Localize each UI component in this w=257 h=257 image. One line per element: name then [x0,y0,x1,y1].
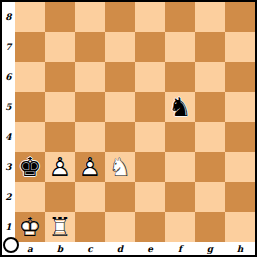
square-h2[interactable] [225,182,255,212]
square-f2[interactable] [165,182,195,212]
chess-board[interactable]: ♞♚♟♙♟♙♞♘♚♔♜♖ [15,2,255,242]
square-h3[interactable] [225,152,255,182]
rank-label-5: 5 [2,92,15,122]
square-d8[interactable] [105,2,135,32]
square-f5[interactable]: ♞ [165,92,195,122]
rank-label-3: 3 [2,152,15,182]
piece-fill-white-pawn: ♟ [75,152,105,182]
file-label-e: e [135,242,165,255]
rank-label-6: 6 [2,62,15,92]
square-f3[interactable] [165,152,195,182]
square-f8[interactable] [165,2,195,32]
square-g3[interactable] [195,152,225,182]
square-a4[interactable] [15,122,45,152]
square-e2[interactable] [135,182,165,212]
piece-white-knight[interactable]: ♘ [105,152,135,182]
piece-white-rook[interactable]: ♖ [45,212,75,242]
square-a6[interactable] [15,62,45,92]
square-g7[interactable] [195,32,225,62]
square-b3[interactable]: ♟♙ [45,152,75,182]
square-b5[interactable] [45,92,75,122]
piece-white-pawn[interactable]: ♙ [75,152,105,182]
square-d4[interactable] [105,122,135,152]
square-b4[interactable] [45,122,75,152]
square-c6[interactable] [75,62,105,92]
square-e7[interactable] [135,32,165,62]
piece-fill-white-knight: ♞ [105,152,135,182]
rank-label-2: 2 [2,182,15,212]
rank-label-7: 7 [2,32,15,62]
square-c3[interactable]: ♟♙ [75,152,105,182]
square-d3[interactable]: ♞♘ [105,152,135,182]
square-g2[interactable] [195,182,225,212]
square-f4[interactable] [165,122,195,152]
piece-white-king[interactable]: ♔ [15,212,45,242]
square-g4[interactable] [195,122,225,152]
square-e4[interactable] [135,122,165,152]
square-e1[interactable] [135,212,165,242]
square-d5[interactable] [105,92,135,122]
piece-fill-white-rook: ♜ [45,212,75,242]
square-a8[interactable] [15,2,45,32]
square-b6[interactable] [45,62,75,92]
square-e3[interactable] [135,152,165,182]
square-e8[interactable] [135,2,165,32]
piece-fill-white-pawn: ♟ [45,152,75,182]
chess-diagram: 87654321 ♞♚♟♙♟♙♞♘♚♔♜♖ abcdefgh [0,0,257,257]
file-label-d: d [105,242,135,255]
square-g6[interactable] [195,62,225,92]
file-label-g: g [195,242,225,255]
square-a1[interactable]: ♚♔ [15,212,45,242]
square-b2[interactable] [45,182,75,212]
piece-black-knight[interactable]: ♞ [165,92,195,122]
rank-label-8: 8 [2,2,15,32]
square-c5[interactable] [75,92,105,122]
square-e5[interactable] [135,92,165,122]
square-a7[interactable] [15,32,45,62]
square-c4[interactable] [75,122,105,152]
square-b1[interactable]: ♜♖ [45,212,75,242]
square-f6[interactable] [165,62,195,92]
square-c7[interactable] [75,32,105,62]
square-g1[interactable] [195,212,225,242]
square-a2[interactable] [15,182,45,212]
square-h4[interactable] [225,122,255,152]
square-h5[interactable] [225,92,255,122]
file-labels: abcdefgh [15,242,255,255]
square-f1[interactable] [165,212,195,242]
square-c8[interactable] [75,2,105,32]
square-a3[interactable]: ♚ [15,152,45,182]
square-d7[interactable] [105,32,135,62]
rank-labels: 87654321 [2,2,15,242]
rank-label-4: 4 [2,122,15,152]
square-f7[interactable] [165,32,195,62]
square-d1[interactable] [105,212,135,242]
file-label-c: c [75,242,105,255]
file-label-a: a [15,242,45,255]
side-to-move-indicator [3,237,19,253]
file-label-b: b [45,242,75,255]
square-d6[interactable] [105,62,135,92]
piece-black-king[interactable]: ♚ [15,152,45,182]
square-g8[interactable] [195,2,225,32]
square-g5[interactable] [195,92,225,122]
piece-white-pawn[interactable]: ♙ [45,152,75,182]
square-b8[interactable] [45,2,75,32]
square-h6[interactable] [225,62,255,92]
square-d2[interactable] [105,182,135,212]
square-h7[interactable] [225,32,255,62]
square-h1[interactable] [225,212,255,242]
square-h8[interactable] [225,2,255,32]
square-c1[interactable] [75,212,105,242]
file-label-h: h [225,242,255,255]
file-label-f: f [165,242,195,255]
piece-fill-white-king: ♚ [15,212,45,242]
square-a5[interactable] [15,92,45,122]
square-b7[interactable] [45,32,75,62]
square-e6[interactable] [135,62,165,92]
square-c2[interactable] [75,182,105,212]
